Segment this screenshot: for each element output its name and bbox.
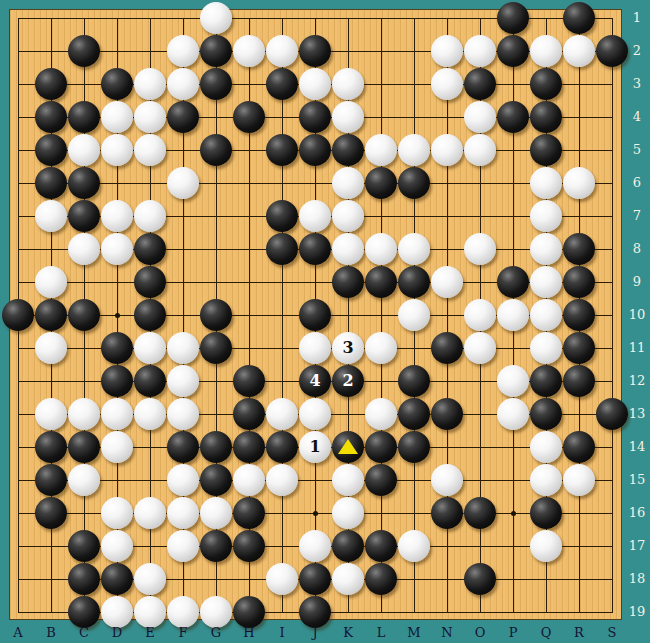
board-point-L10[interactable] — [365, 299, 398, 332]
board-point-F18[interactable] — [167, 563, 200, 596]
board-point-O12[interactable] — [464, 365, 497, 398]
black-stone-F4 — [167, 101, 199, 133]
black-stone-M9 — [398, 266, 430, 298]
black-stone-G15 — [200, 464, 232, 496]
board-point-A1[interactable] — [2, 2, 35, 35]
board-point-L3[interactable] — [365, 68, 398, 101]
white-stone-K15 — [332, 464, 364, 496]
white-stone-B9 — [35, 266, 67, 298]
board-point-S12[interactable] — [596, 365, 629, 398]
white-stone-L13 — [365, 398, 397, 430]
board-point-N17[interactable] — [431, 530, 464, 563]
white-stone-D7 — [101, 200, 133, 232]
board-point-N4[interactable] — [431, 101, 464, 134]
column-label-M: M — [404, 625, 424, 640]
board-point-R5[interactable] — [563, 134, 596, 167]
board-point-B12[interactable] — [35, 365, 68, 398]
white-stone-P10 — [497, 299, 529, 331]
board-point-P3[interactable] — [497, 68, 530, 101]
board-point-L7[interactable] — [365, 200, 398, 233]
board-point-K2[interactable] — [332, 35, 365, 68]
board-point-A3[interactable] — [2, 68, 35, 101]
board-point-E1[interactable] — [134, 2, 167, 35]
white-stone-E13 — [134, 398, 166, 430]
board-point-M11[interactable] — [398, 332, 431, 365]
board-point-R17[interactable] — [563, 530, 596, 563]
black-stone-R8 — [563, 233, 595, 265]
board-point-C3[interactable] — [68, 68, 101, 101]
row-label-2: 2 — [626, 43, 648, 58]
column-label-C: C — [74, 625, 94, 640]
black-stone-P1 — [497, 2, 529, 34]
board-point-S11[interactable] — [596, 332, 629, 365]
board-point-A16[interactable] — [2, 497, 35, 530]
black-stone-M13 — [398, 398, 430, 430]
board-point-R13[interactable] — [563, 398, 596, 431]
board-point-I10[interactable] — [266, 299, 299, 332]
white-stone-I18 — [266, 563, 298, 595]
white-stone-O8 — [464, 233, 496, 265]
white-stone-Q6 — [530, 167, 562, 199]
board-point-F10[interactable] — [167, 299, 200, 332]
black-stone-C18 — [68, 563, 100, 595]
white-stone-D13 — [101, 398, 133, 430]
board-point-A2[interactable] — [2, 35, 35, 68]
board-point-N12[interactable] — [431, 365, 464, 398]
board-point-B17[interactable] — [35, 530, 68, 563]
white-stone-P13 — [497, 398, 529, 430]
white-stone-E3 — [134, 68, 166, 100]
board-point-K10[interactable] — [332, 299, 365, 332]
black-stone-L14 — [365, 431, 397, 463]
board-point-L2[interactable] — [365, 35, 398, 68]
column-label-N: N — [437, 625, 457, 640]
white-stone-F11 — [167, 332, 199, 364]
column-label-B: B — [41, 625, 61, 640]
board-point-C1[interactable] — [68, 2, 101, 35]
board-point-P14[interactable] — [497, 431, 530, 464]
black-stone-G14 — [200, 431, 232, 463]
black-stone-H17 — [233, 530, 265, 562]
column-label-S: S — [602, 625, 622, 640]
black-stone-M14 — [398, 431, 430, 463]
black-stone-H14 — [233, 431, 265, 463]
board-point-I17[interactable] — [266, 530, 299, 563]
board-point-S6[interactable] — [596, 167, 629, 200]
board-point-B8[interactable] — [35, 233, 68, 266]
board-point-A12[interactable] — [2, 365, 35, 398]
board-point-E6[interactable] — [134, 167, 167, 200]
board-point-D9[interactable] — [101, 266, 134, 299]
board-point-E17[interactable] — [134, 530, 167, 563]
black-stone-M6 — [398, 167, 430, 199]
board-point-P16[interactable] — [497, 497, 530, 530]
board-point-E2[interactable] — [134, 35, 167, 68]
board-point-L16[interactable] — [365, 497, 398, 530]
board-point-N6[interactable] — [431, 167, 464, 200]
board-point-K13[interactable] — [332, 398, 365, 431]
white-stone-F15 — [167, 464, 199, 496]
board-point-I4[interactable] — [266, 101, 299, 134]
white-stone-Q17 — [530, 530, 562, 562]
board-point-A14[interactable] — [2, 431, 35, 464]
white-stone-C8 — [68, 233, 100, 265]
column-label-G: G — [206, 625, 226, 640]
board-point-L12[interactable] — [365, 365, 398, 398]
black-stone-C7 — [68, 200, 100, 232]
white-stone-Q7 — [530, 200, 562, 232]
black-stone-I3 — [266, 68, 298, 100]
black-stone-B10 — [35, 299, 67, 331]
board-point-A18[interactable] — [2, 563, 35, 596]
row-label-16: 16 — [626, 505, 648, 520]
black-stone-E12 — [134, 365, 166, 397]
white-stone-E7 — [134, 200, 166, 232]
board-point-N8[interactable] — [431, 233, 464, 266]
white-stone-F13 — [167, 398, 199, 430]
row-label-1: 1 — [626, 10, 648, 25]
board-point-A9[interactable] — [2, 266, 35, 299]
white-stone-Q15 — [530, 464, 562, 496]
board-point-Q18[interactable] — [530, 563, 563, 596]
board-point-H5[interactable] — [233, 134, 266, 167]
white-stone-D5 — [101, 134, 133, 166]
black-stone-F14 — [167, 431, 199, 463]
board-point-A7[interactable] — [2, 200, 35, 233]
board-point-G8[interactable] — [200, 233, 233, 266]
board-point-P8[interactable] — [497, 233, 530, 266]
board-point-A5[interactable] — [2, 134, 35, 167]
board-point-B18[interactable] — [35, 563, 68, 596]
board-point-S18[interactable] — [596, 563, 629, 596]
board-point-S3[interactable] — [596, 68, 629, 101]
board-point-R7[interactable] — [563, 200, 596, 233]
white-stone-D14 — [101, 431, 133, 463]
board-point-P15[interactable] — [497, 464, 530, 497]
black-stone-I7 — [266, 200, 298, 232]
board-point-G13[interactable] — [200, 398, 233, 431]
black-stone-Q5 — [530, 134, 562, 166]
black-stone-R9 — [563, 266, 595, 298]
board-point-I11[interactable] — [266, 332, 299, 365]
board-point-P18[interactable] — [497, 563, 530, 596]
board-point-P5[interactable] — [497, 134, 530, 167]
black-stone-G2 — [200, 35, 232, 67]
white-stone-F2 — [167, 35, 199, 67]
row-label-18: 18 — [626, 571, 648, 586]
row-label-17: 17 — [626, 538, 648, 553]
board-point-O17[interactable] — [464, 530, 497, 563]
white-stone-D17 — [101, 530, 133, 562]
board-point-H9[interactable] — [233, 266, 266, 299]
row-label-8: 8 — [626, 241, 648, 256]
black-stone-G17 — [200, 530, 232, 562]
black-stone-H4 — [233, 101, 265, 133]
board-point-G7[interactable] — [200, 200, 233, 233]
white-stone-K8 — [332, 233, 364, 265]
board-point-A6[interactable] — [2, 167, 35, 200]
black-stone-R11 — [563, 332, 595, 364]
board-point-N1[interactable] — [431, 2, 464, 35]
board-point-I9[interactable] — [266, 266, 299, 299]
board-point-Q1[interactable] — [530, 2, 563, 35]
black-stone-Q16 — [530, 497, 562, 529]
board-point-D10[interactable] — [101, 299, 134, 332]
board-point-N7[interactable] — [431, 200, 464, 233]
board-point-P11[interactable] — [497, 332, 530, 365]
white-stone-O11 — [464, 332, 496, 364]
black-stone-G5 — [200, 134, 232, 166]
board-point-I6[interactable] — [266, 167, 299, 200]
black-stone-C17 — [68, 530, 100, 562]
board-point-P6[interactable] — [497, 167, 530, 200]
board-point-E14[interactable] — [134, 431, 167, 464]
black-stone-K17 — [332, 530, 364, 562]
board-point-O1[interactable] — [464, 2, 497, 35]
white-stone-M8 — [398, 233, 430, 265]
board-point-F9[interactable] — [167, 266, 200, 299]
board-point-M16[interactable] — [398, 497, 431, 530]
black-stone-B3 — [35, 68, 67, 100]
black-stone-E9 — [134, 266, 166, 298]
white-stone-B7 — [35, 200, 67, 232]
board-point-L1[interactable] — [365, 2, 398, 35]
board-point-S4[interactable] — [596, 101, 629, 134]
white-stone-B11 — [35, 332, 67, 364]
white-stone-H2 — [233, 35, 265, 67]
board-point-H10[interactable] — [233, 299, 266, 332]
column-label-J: J — [305, 625, 325, 640]
white-stone-J17 — [299, 530, 331, 562]
board-point-A17[interactable] — [2, 530, 35, 563]
white-stone-L5 — [365, 134, 397, 166]
black-stone-H13 — [233, 398, 265, 430]
board-point-G12[interactable] — [200, 365, 233, 398]
board-point-J1[interactable] — [299, 2, 332, 35]
board-point-M18[interactable] — [398, 563, 431, 596]
black-stone-O3 — [464, 68, 496, 100]
board-point-M15[interactable] — [398, 464, 431, 497]
black-stone-J5 — [299, 134, 331, 166]
black-stone-H12 — [233, 365, 265, 397]
board-point-R16[interactable] — [563, 497, 596, 530]
board-point-D1[interactable] — [101, 2, 134, 35]
board-point-S1[interactable] — [596, 2, 629, 35]
board-point-A8[interactable] — [2, 233, 35, 266]
board-point-R18[interactable] — [563, 563, 596, 596]
board-point-R3[interactable] — [563, 68, 596, 101]
white-stone-R2 — [563, 35, 595, 67]
board-point-J15[interactable] — [299, 464, 332, 497]
black-stone-E8 — [134, 233, 166, 265]
board-point-K1[interactable] — [332, 2, 365, 35]
black-stone-N16 — [431, 497, 463, 529]
white-stone-N9 — [431, 266, 463, 298]
white-stone-R6 — [563, 167, 595, 199]
board-point-F7[interactable] — [167, 200, 200, 233]
board-point-O7[interactable] — [464, 200, 497, 233]
board-point-O6[interactable] — [464, 167, 497, 200]
black-stone-L18 — [365, 563, 397, 595]
board-point-E15[interactable] — [134, 464, 167, 497]
board-point-G9[interactable] — [200, 266, 233, 299]
board-point-H8[interactable] — [233, 233, 266, 266]
white-stone-R15 — [563, 464, 595, 496]
black-stone-H19 — [233, 596, 265, 628]
column-label-R: R — [569, 625, 589, 640]
white-stone-N3 — [431, 68, 463, 100]
white-stone-D19 — [101, 596, 133, 628]
black-stone-E10 — [134, 299, 166, 331]
white-stone-M5 — [398, 134, 430, 166]
board-point-N10[interactable] — [431, 299, 464, 332]
board-point-H1[interactable] — [233, 2, 266, 35]
board-point-S7[interactable] — [596, 200, 629, 233]
board-point-A4[interactable] — [2, 101, 35, 134]
board-point-O9[interactable] — [464, 266, 497, 299]
board-point-G18[interactable] — [200, 563, 233, 596]
board-point-S9[interactable] — [596, 266, 629, 299]
board-point-M7[interactable] — [398, 200, 431, 233]
board-point-D2[interactable] — [101, 35, 134, 68]
board-point-I16[interactable] — [266, 497, 299, 530]
board-point-C16[interactable] — [68, 497, 101, 530]
column-label-E: E — [140, 625, 160, 640]
board-point-A15[interactable] — [2, 464, 35, 497]
row-label-7: 7 — [626, 208, 648, 223]
board-point-H11[interactable] — [233, 332, 266, 365]
board-point-M2[interactable] — [398, 35, 431, 68]
black-stone-D12 — [101, 365, 133, 397]
black-stone-D11 — [101, 332, 133, 364]
column-label-H: H — [239, 625, 259, 640]
column-label-K: K — [338, 625, 358, 640]
board-point-S8[interactable] — [596, 233, 629, 266]
board-point-C12[interactable] — [68, 365, 101, 398]
board-point-C11[interactable] — [68, 332, 101, 365]
board-point-S16[interactable] — [596, 497, 629, 530]
column-label-I: I — [272, 625, 292, 640]
black-stone-J19 — [299, 596, 331, 628]
black-stone-Q13 — [530, 398, 562, 430]
black-stone-C10 — [68, 299, 100, 331]
white-stone-K3 — [332, 68, 364, 100]
column-label-F: F — [173, 625, 193, 640]
white-stone-Q8 — [530, 233, 562, 265]
row-label-11: 11 — [626, 340, 648, 355]
white-stone-D8 — [101, 233, 133, 265]
white-stone-N5 — [431, 134, 463, 166]
black-stone-O18 — [464, 563, 496, 595]
black-stone-S13 — [596, 398, 628, 430]
board-point-J16[interactable] — [299, 497, 332, 530]
board-point-S14[interactable] — [596, 431, 629, 464]
black-stone-A10 — [2, 299, 34, 331]
board-point-H3[interactable] — [233, 68, 266, 101]
board-point-A11[interactable] — [2, 332, 35, 365]
board-point-S15[interactable] — [596, 464, 629, 497]
board-point-J6[interactable] — [299, 167, 332, 200]
board-point-B2[interactable] — [35, 35, 68, 68]
black-stone-G3 — [200, 68, 232, 100]
board-point-M1[interactable] — [398, 2, 431, 35]
board-point-S5[interactable] — [596, 134, 629, 167]
row-label-5: 5 — [626, 142, 648, 157]
white-stone-J7 — [299, 200, 331, 232]
black-stone-C19 — [68, 596, 100, 628]
board-point-S10[interactable] — [596, 299, 629, 332]
black-stone-L9 — [365, 266, 397, 298]
board-point-F5[interactable] — [167, 134, 200, 167]
board-point-I1[interactable] — [266, 2, 299, 35]
board-point-F1[interactable] — [167, 2, 200, 35]
board-point-L4[interactable] — [365, 101, 398, 134]
board-point-G6[interactable] — [200, 167, 233, 200]
black-stone-N13 — [431, 398, 463, 430]
board-point-N18[interactable] — [431, 563, 464, 596]
board-point-J9[interactable] — [299, 266, 332, 299]
board-point-F8[interactable] — [167, 233, 200, 266]
black-stone-M12 — [398, 365, 430, 397]
board-point-P7[interactable] — [497, 200, 530, 233]
white-stone-E19 — [134, 596, 166, 628]
black-stone-D3 — [101, 68, 133, 100]
board-point-B1[interactable] — [35, 2, 68, 35]
black-stone-J4 — [299, 101, 331, 133]
black-stone-J8 — [299, 233, 331, 265]
white-stone-C5 — [68, 134, 100, 166]
board-point-S17[interactable] — [596, 530, 629, 563]
black-stone-C4 — [68, 101, 100, 133]
row-label-12: 12 — [626, 373, 648, 388]
board-point-M3[interactable] — [398, 68, 431, 101]
board-point-O13[interactable] — [464, 398, 497, 431]
board-point-D15[interactable] — [101, 464, 134, 497]
board-point-I12[interactable] — [266, 365, 299, 398]
move-number-label: 3 — [342, 340, 353, 356]
black-stone-B16 — [35, 497, 67, 529]
board-point-M4[interactable] — [398, 101, 431, 134]
black-stone-P2 — [497, 35, 529, 67]
board-point-D6[interactable] — [101, 167, 134, 200]
board-point-P17[interactable] — [497, 530, 530, 563]
board-point-G4[interactable] — [200, 101, 233, 134]
white-stone-G16 — [200, 497, 232, 529]
white-stone-P12 — [497, 365, 529, 397]
triangle-marker — [338, 439, 358, 454]
white-stone-E4 — [134, 101, 166, 133]
board-point-R4[interactable] — [563, 101, 596, 134]
board-point-H18[interactable] — [233, 563, 266, 596]
board-point-C9[interactable] — [68, 266, 101, 299]
board-point-A13[interactable] — [2, 398, 35, 431]
black-stone-R1 — [563, 2, 595, 34]
row-label-6: 6 — [626, 175, 648, 190]
board-point-O15[interactable] — [464, 464, 497, 497]
board-point-H6[interactable] — [233, 167, 266, 200]
white-stone-L8 — [365, 233, 397, 265]
black-stone-G11 — [200, 332, 232, 364]
black-stone-B5 — [35, 134, 67, 166]
black-stone-H16 — [233, 497, 265, 529]
board-point-O14[interactable] — [464, 431, 497, 464]
white-stone-K7 — [332, 200, 364, 232]
board-point-N14[interactable] — [431, 431, 464, 464]
white-stone-O2 — [464, 35, 496, 67]
white-stone-K18 — [332, 563, 364, 595]
white-stone-F16 — [167, 497, 199, 529]
board-point-H7[interactable] — [233, 200, 266, 233]
